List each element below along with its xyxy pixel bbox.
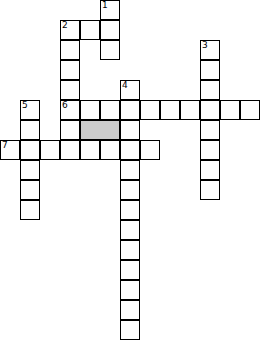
cell-r1c3[interactable]: 2 <box>60 20 80 40</box>
cell-r5c11[interactable] <box>220 100 240 120</box>
cell-r8c1[interactable] <box>20 160 40 180</box>
cell-r2c5[interactable] <box>100 40 120 60</box>
cell-r4c3[interactable] <box>60 80 80 100</box>
cell-r6c3[interactable] <box>60 120 80 140</box>
cell-r4c6[interactable]: 4 <box>120 80 140 100</box>
clue-number-3: 3 <box>202 41 208 50</box>
cell-r11c6[interactable] <box>120 220 140 240</box>
cell-r10c1[interactable] <box>20 200 40 220</box>
cell-r13c6[interactable] <box>120 260 140 280</box>
cell-r1c5[interactable] <box>100 20 120 40</box>
clue-number-2: 2 <box>62 21 68 30</box>
clue-number-7: 7 <box>2 141 8 150</box>
cell-r4c10[interactable] <box>200 80 220 100</box>
cell-r3c3[interactable] <box>60 60 80 80</box>
cell-r2c3[interactable] <box>60 40 80 60</box>
cell-r6c10[interactable] <box>200 120 220 140</box>
cell-r7c3[interactable] <box>60 140 80 160</box>
cell-r7c0[interactable]: 7 <box>0 140 20 160</box>
cell-r5c1[interactable]: 5 <box>20 100 40 120</box>
cell-r16c6[interactable] <box>120 320 140 340</box>
clue-number-1: 1 <box>102 1 108 10</box>
cell-r9c1[interactable] <box>20 180 40 200</box>
cell-r9c10[interactable] <box>200 180 220 200</box>
cell-r6c1[interactable] <box>20 120 40 140</box>
cell-r5c10[interactable] <box>200 100 220 120</box>
cell-r0c5[interactable]: 1 <box>100 0 120 20</box>
cell-r7c5[interactable] <box>100 140 120 160</box>
cell-r7c10[interactable] <box>200 140 220 160</box>
cell-r7c7[interactable] <box>140 140 160 160</box>
cell-r7c1[interactable] <box>20 140 40 160</box>
cell-r1c4[interactable] <box>80 20 100 40</box>
clue-number-5: 5 <box>22 101 28 110</box>
crossword-board: 1234567 <box>0 0 261 341</box>
cell-r8c10[interactable] <box>200 160 220 180</box>
cell-r8c6[interactable] <box>120 160 140 180</box>
cell-r5c4[interactable] <box>80 100 100 120</box>
cell-r2c10[interactable]: 3 <box>200 40 220 60</box>
clue-number-6: 6 <box>62 101 68 110</box>
cell-r7c6[interactable] <box>120 140 140 160</box>
blocked-cell-r6c4 <box>80 120 120 140</box>
cell-r5c9[interactable] <box>180 100 200 120</box>
cell-r5c5[interactable] <box>100 100 120 120</box>
cell-r10c6[interactable] <box>120 200 140 220</box>
cell-r15c6[interactable] <box>120 300 140 320</box>
cell-r7c4[interactable] <box>80 140 100 160</box>
cell-r5c7[interactable] <box>140 100 160 120</box>
cell-r14c6[interactable] <box>120 280 140 300</box>
cell-r7c2[interactable] <box>40 140 60 160</box>
cell-r12c6[interactable] <box>120 240 140 260</box>
cell-r5c8[interactable] <box>160 100 180 120</box>
cell-r3c10[interactable] <box>200 60 220 80</box>
cell-r5c6[interactable] <box>120 100 140 120</box>
cell-r9c6[interactable] <box>120 180 140 200</box>
cell-r6c6[interactable] <box>120 120 140 140</box>
cell-r5c12[interactable] <box>240 100 260 120</box>
cell-r5c3[interactable]: 6 <box>60 100 80 120</box>
clue-number-4: 4 <box>122 81 128 90</box>
